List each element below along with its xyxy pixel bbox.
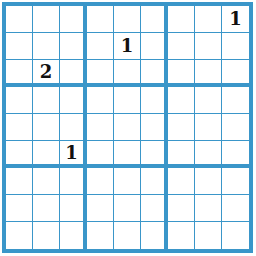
cell-r7c8[interactable] (195, 168, 222, 195)
cell-r4c2[interactable] (33, 87, 60, 114)
cell-r8c9[interactable] (222, 195, 249, 222)
cell-r4c9[interactable] (222, 87, 249, 114)
cell-r5c8[interactable] (195, 114, 222, 141)
given-digit-r3c2[interactable]: 2 (33, 60, 60, 87)
cell-r8c7[interactable] (168, 195, 195, 222)
cell-r6c5[interactable] (114, 141, 141, 168)
cell-r3c7[interactable] (168, 60, 195, 87)
cell-r2c6[interactable] (141, 33, 168, 60)
cell-r4c1[interactable] (6, 87, 33, 114)
cell-r8c3[interactable] (60, 195, 87, 222)
cell-r3c5[interactable] (114, 60, 141, 87)
cell-r5c2[interactable] (33, 114, 60, 141)
cell-r1c8[interactable] (195, 6, 222, 33)
cell-r9c4[interactable] (87, 222, 114, 249)
cell-r5c9[interactable] (222, 114, 249, 141)
cell-r9c8[interactable] (195, 222, 222, 249)
cell-r1c5[interactable] (114, 6, 141, 33)
sudoku-page: 1121 (0, 0, 256, 256)
cell-r1c1[interactable] (6, 6, 33, 33)
cell-r8c5[interactable] (114, 195, 141, 222)
cell-r7c6[interactable] (141, 168, 168, 195)
cell-r4c8[interactable] (195, 87, 222, 114)
cell-r7c4[interactable] (87, 168, 114, 195)
cell-r5c3[interactable] (60, 114, 87, 141)
cell-r2c7[interactable] (168, 33, 195, 60)
cell-r9c7[interactable] (168, 222, 195, 249)
cell-r6c8[interactable] (195, 141, 222, 168)
cell-r2c3[interactable] (60, 33, 87, 60)
cell-r9c1[interactable] (6, 222, 33, 249)
cell-r5c5[interactable] (114, 114, 141, 141)
cell-r3c9[interactable] (222, 60, 249, 87)
cell-r3c3[interactable] (60, 60, 87, 87)
cell-r3c4[interactable] (87, 60, 114, 87)
cell-r9c5[interactable] (114, 222, 141, 249)
cell-r6c4[interactable] (87, 141, 114, 168)
cell-r3c1[interactable] (6, 60, 33, 87)
cell-r1c4[interactable] (87, 6, 114, 33)
cell-r9c2[interactable] (33, 222, 60, 249)
cell-r1c6[interactable] (141, 6, 168, 33)
cell-r1c2[interactable] (33, 6, 60, 33)
cell-r4c7[interactable] (168, 87, 195, 114)
cell-r6c7[interactable] (168, 141, 195, 168)
cell-r4c3[interactable] (60, 87, 87, 114)
given-digit-r2c5[interactable]: 1 (114, 33, 141, 60)
cell-r6c1[interactable] (6, 141, 33, 168)
cell-r6c9[interactable] (222, 141, 249, 168)
cell-r2c9[interactable] (222, 33, 249, 60)
cell-r4c6[interactable] (141, 87, 168, 114)
given-digit-r1c9[interactable]: 1 (222, 6, 249, 33)
cell-r5c6[interactable] (141, 114, 168, 141)
cell-r7c9[interactable] (222, 168, 249, 195)
cell-r2c2[interactable] (33, 33, 60, 60)
given-digit-r6c3[interactable]: 1 (60, 141, 87, 168)
sudoku-board: 1121 (2, 2, 253, 253)
cell-r9c3[interactable] (60, 222, 87, 249)
cell-r9c9[interactable] (222, 222, 249, 249)
cell-r5c4[interactable] (87, 114, 114, 141)
cell-r9c6[interactable] (141, 222, 168, 249)
cell-r2c8[interactable] (195, 33, 222, 60)
cell-r2c4[interactable] (87, 33, 114, 60)
cell-r7c1[interactable] (6, 168, 33, 195)
cell-r2c1[interactable] (6, 33, 33, 60)
cell-r4c4[interactable] (87, 87, 114, 114)
cell-r6c2[interactable] (33, 141, 60, 168)
cell-r8c6[interactable] (141, 195, 168, 222)
cell-r5c7[interactable] (168, 114, 195, 141)
cell-r8c2[interactable] (33, 195, 60, 222)
cell-r5c1[interactable] (6, 114, 33, 141)
cell-r1c3[interactable] (60, 6, 87, 33)
cell-r3c6[interactable] (141, 60, 168, 87)
cell-r7c3[interactable] (60, 168, 87, 195)
cell-r8c1[interactable] (6, 195, 33, 222)
cell-r3c8[interactable] (195, 60, 222, 87)
cell-r7c2[interactable] (33, 168, 60, 195)
cell-r4c5[interactable] (114, 87, 141, 114)
cell-r1c7[interactable] (168, 6, 195, 33)
cell-r8c8[interactable] (195, 195, 222, 222)
cell-r6c6[interactable] (141, 141, 168, 168)
cell-r8c4[interactable] (87, 195, 114, 222)
cell-r7c7[interactable] (168, 168, 195, 195)
cell-r7c5[interactable] (114, 168, 141, 195)
